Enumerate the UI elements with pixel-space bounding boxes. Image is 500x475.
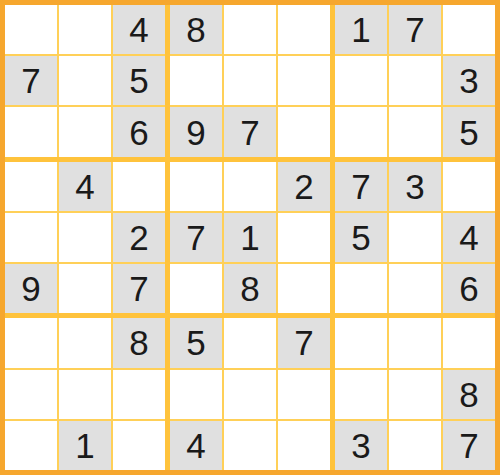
cell-r6c3: 7 [113,264,165,313]
cell-r4c5[interactable] [224,162,276,211]
cell-r2c5[interactable] [224,56,276,105]
cell-r1c2[interactable] [59,5,111,54]
cell-r6c8[interactable] [389,264,441,313]
cell-r1c5[interactable] [224,5,276,54]
cell-r2c6[interactable] [278,56,330,105]
cell-r3c1[interactable] [5,107,57,156]
cell-r9c2: 1 [59,421,111,470]
cell-r7c9[interactable] [443,318,495,367]
cell-r6c7[interactable] [335,264,387,313]
cell-r1c8: 7 [389,5,441,54]
cell-r5c3: 2 [113,213,165,262]
cell-r2c2[interactable] [59,56,111,105]
cell-r2c9: 3 [443,56,495,105]
cell-r8c5[interactable] [224,370,276,419]
cell-r1c1[interactable] [5,5,57,54]
cell-r4c8: 3 [389,162,441,211]
cell-r6c2[interactable] [59,264,111,313]
cell-r8c1[interactable] [5,370,57,419]
cell-r7c7[interactable] [335,318,387,367]
cell-r7c6: 7 [278,318,330,367]
cell-r2c1: 7 [5,56,57,105]
cell-r5c1[interactable] [5,213,57,262]
cell-r6c6[interactable] [278,264,330,313]
cell-r2c4[interactable] [170,56,222,105]
cell-r5c6[interactable] [278,213,330,262]
cell-r1c6[interactable] [278,5,330,54]
cell-r7c3: 8 [113,318,165,367]
cell-r8c4[interactable] [170,370,222,419]
cell-r4c2: 4 [59,162,111,211]
cell-r7c8[interactable] [389,318,441,367]
cell-r3c2[interactable] [59,107,111,156]
cell-r3c3: 6 [113,107,165,156]
cell-r6c5: 8 [224,264,276,313]
cell-r8c7[interactable] [335,370,387,419]
cell-r4c6: 2 [278,162,330,211]
cell-r2c7[interactable] [335,56,387,105]
cell-r1c4: 8 [170,5,222,54]
cell-r5c7: 5 [335,213,387,262]
cell-r8c3[interactable] [113,370,165,419]
cell-r3c6[interactable] [278,107,330,156]
cell-r9c4: 4 [170,421,222,470]
cell-r3c4: 9 [170,107,222,156]
cell-r4c7: 7 [335,162,387,211]
cell-r9c6[interactable] [278,421,330,470]
cell-r1c3: 4 [113,5,165,54]
cell-r9c9: 7 [443,421,495,470]
sudoku-board: 48177536975427327154978685781437 [0,0,500,475]
cell-r4c9[interactable] [443,162,495,211]
cell-r4c1[interactable] [5,162,57,211]
cell-r9c8[interactable] [389,421,441,470]
cell-r7c4: 5 [170,318,222,367]
cell-r6c9: 6 [443,264,495,313]
cell-r5c4: 7 [170,213,222,262]
cell-r3c9: 5 [443,107,495,156]
cell-r9c3[interactable] [113,421,165,470]
cell-r4c3[interactable] [113,162,165,211]
cell-r6c4[interactable] [170,264,222,313]
cell-r9c5[interactable] [224,421,276,470]
cell-r6c1: 9 [5,264,57,313]
cell-r8c6[interactable] [278,370,330,419]
cell-r8c2[interactable] [59,370,111,419]
cell-r5c8[interactable] [389,213,441,262]
cell-r1c9[interactable] [443,5,495,54]
cell-r7c2[interactable] [59,318,111,367]
cell-r1c7: 1 [335,5,387,54]
cell-r5c5: 1 [224,213,276,262]
cell-r5c2[interactable] [59,213,111,262]
cell-r3c8[interactable] [389,107,441,156]
cell-r8c9: 8 [443,370,495,419]
cell-r8c8[interactable] [389,370,441,419]
cell-r9c7: 3 [335,421,387,470]
cell-r3c7[interactable] [335,107,387,156]
cell-r2c3: 5 [113,56,165,105]
cell-r9c1[interactable] [5,421,57,470]
cell-r5c9: 4 [443,213,495,262]
cell-r7c5[interactable] [224,318,276,367]
cell-r3c5: 7 [224,107,276,156]
cell-r4c4[interactable] [170,162,222,211]
cell-r7c1[interactable] [5,318,57,367]
cell-r2c8[interactable] [389,56,441,105]
